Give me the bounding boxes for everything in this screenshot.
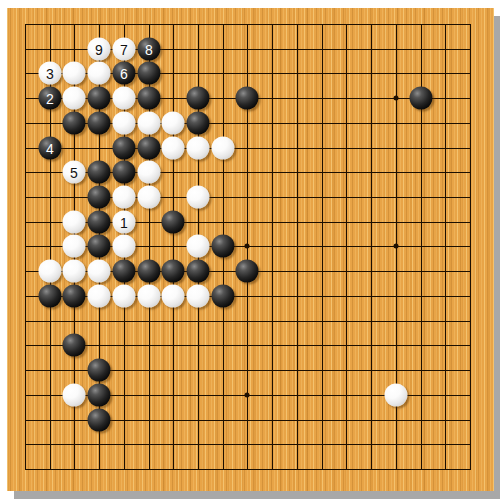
white-stone-glyph: ○ (390, 385, 403, 406)
stone-white: ○ (88, 285, 111, 308)
stone-black: ● (410, 87, 433, 110)
stone-black-move-2: 2 (39, 87, 62, 110)
stone-black: ● (162, 211, 185, 234)
black-stone-glyph: ● (118, 138, 131, 159)
stone-white-move-7: 7 (113, 38, 136, 61)
white-stone-glyph: ○ (118, 187, 131, 208)
white-stone-glyph: ○ (143, 162, 156, 183)
stone-black-move-6: 6 (113, 62, 136, 85)
black-stone-glyph: ● (217, 286, 230, 307)
grid-line-horizontal (25, 469, 471, 470)
stone-black: ● (236, 87, 259, 110)
black-stone-glyph: ● (68, 113, 81, 134)
stone-white: ○ (162, 112, 185, 135)
white-stone-glyph: ○ (167, 286, 180, 307)
stone-black: ● (88, 211, 111, 234)
grid-line-vertical (25, 24, 26, 470)
white-stone-glyph: ○ (118, 113, 131, 134)
stone-white: ○ (187, 186, 210, 209)
stone-black: ● (113, 260, 136, 283)
stone-white: ○ (162, 137, 185, 160)
stone-white: ○ (187, 235, 210, 258)
black-stone-glyph: ● (143, 138, 156, 159)
stone-white: ○ (63, 235, 86, 258)
stone-white: ○ (385, 384, 408, 407)
stone-white: ○ (113, 87, 136, 110)
move-number-label: 7 (120, 42, 128, 56)
stone-white: ○ (63, 62, 86, 85)
black-stone-glyph: ● (167, 261, 180, 282)
white-stone-glyph: ○ (167, 138, 180, 159)
stone-black: ● (39, 285, 62, 308)
grid-line-vertical (445, 24, 446, 470)
white-stone-glyph: ○ (192, 236, 205, 257)
white-stone-glyph: ○ (217, 138, 230, 159)
white-stone-glyph: ○ (143, 113, 156, 134)
grid-line-horizontal (25, 24, 471, 25)
stone-white-move-1: 1 (113, 211, 136, 234)
move-number-label: 3 (46, 66, 54, 80)
star-point (245, 244, 250, 249)
black-stone-glyph: ● (143, 63, 156, 84)
stone-black: ● (88, 186, 111, 209)
white-stone-glyph: ○ (68, 261, 81, 282)
stone-black: ● (88, 384, 111, 407)
stone-white: ○ (88, 62, 111, 85)
stone-black: ● (88, 235, 111, 258)
stone-black: ● (138, 260, 161, 283)
stone-white: ○ (63, 211, 86, 234)
stone-white: ○ (138, 186, 161, 209)
grid-line-vertical (322, 24, 323, 470)
stone-white-move-9: 9 (88, 38, 111, 61)
white-stone-glyph: ○ (192, 286, 205, 307)
black-stone-glyph: ● (93, 187, 106, 208)
star-point (394, 96, 399, 101)
black-stone-glyph: ● (415, 88, 428, 109)
white-stone-glyph: ○ (68, 63, 81, 84)
stone-black: ● (63, 112, 86, 135)
grid-line-horizontal (25, 345, 471, 346)
white-stone-glyph: ○ (118, 88, 131, 109)
stone-white: ○ (113, 112, 136, 135)
stone-white: ○ (187, 137, 210, 160)
stone-black: ● (212, 285, 235, 308)
stone-black: ● (138, 137, 161, 160)
stone-white: ○ (39, 260, 62, 283)
stone-black-move-4: 4 (39, 137, 62, 160)
stone-black: ● (138, 87, 161, 110)
move-number-label: 9 (95, 42, 103, 56)
stone-black: ● (212, 235, 235, 258)
grid-line-vertical (371, 24, 372, 470)
white-stone-glyph: ○ (143, 187, 156, 208)
black-stone-glyph: ● (118, 162, 131, 183)
stone-black-move-8: 8 (138, 38, 161, 61)
stone-white: ○ (187, 285, 210, 308)
stone-white: ○ (113, 285, 136, 308)
white-stone-glyph: ○ (68, 88, 81, 109)
stone-black: ● (187, 87, 210, 110)
grid-line-vertical (272, 24, 273, 470)
black-stone-glyph: ● (167, 212, 180, 233)
black-stone-glyph: ● (93, 113, 106, 134)
stone-white-move-5: 5 (63, 161, 86, 184)
black-stone-glyph: ● (143, 88, 156, 109)
stone-black: ● (88, 112, 111, 135)
grid-line-vertical (470, 24, 471, 470)
white-stone-glyph: ○ (93, 63, 106, 84)
black-stone-glyph: ● (118, 261, 131, 282)
black-stone-glyph: ● (241, 261, 254, 282)
stone-black: ● (88, 409, 111, 432)
grid-line-vertical (346, 24, 347, 470)
stone-black: ● (187, 260, 210, 283)
move-number-label: 4 (46, 141, 54, 155)
stone-white: ○ (138, 285, 161, 308)
white-stone-glyph: ○ (118, 286, 131, 307)
grid-line-horizontal (25, 148, 471, 149)
black-stone-glyph: ● (93, 385, 106, 406)
stone-black: ● (236, 260, 259, 283)
move-number-label: 2 (46, 91, 54, 105)
white-stone-glyph: ○ (93, 261, 106, 282)
move-number-label: 8 (145, 42, 153, 56)
black-stone-glyph: ● (241, 88, 254, 109)
stone-black: ● (88, 161, 111, 184)
stone-white-move-3: 3 (39, 62, 62, 85)
board-grid[interactable]: 9783○○6●2○●○●●●●●●○○○●4●●○○○5●●○●○○○○●1●… (25, 24, 471, 470)
black-stone-glyph: ● (44, 286, 57, 307)
black-stone-glyph: ● (93, 162, 106, 183)
stone-white: ○ (162, 285, 185, 308)
stone-black: ● (162, 260, 185, 283)
stone-white: ○ (138, 112, 161, 135)
stone-white: ○ (113, 235, 136, 258)
black-stone-glyph: ● (217, 236, 230, 257)
black-stone-glyph: ● (192, 113, 205, 134)
stone-black: ● (187, 112, 210, 135)
star-point (394, 244, 399, 249)
white-stone-glyph: ○ (93, 286, 106, 307)
white-stone-glyph: ○ (68, 236, 81, 257)
grid-line-vertical (297, 24, 298, 470)
move-number-label: 6 (120, 66, 128, 80)
black-stone-glyph: ● (93, 410, 106, 431)
black-stone-glyph: ● (93, 360, 106, 381)
grid-line-vertical (173, 24, 174, 470)
white-stone-glyph: ○ (68, 212, 81, 233)
stone-white: ○ (63, 87, 86, 110)
stone-white: ○ (63, 384, 86, 407)
grid-line-horizontal (25, 444, 471, 445)
stone-white: ○ (113, 186, 136, 209)
stone-white: ○ (138, 161, 161, 184)
grid-line-horizontal (25, 321, 471, 322)
white-stone-glyph: ○ (192, 187, 205, 208)
white-stone-glyph: ○ (68, 385, 81, 406)
black-stone-glyph: ● (68, 286, 81, 307)
move-number-label: 5 (70, 165, 78, 179)
black-stone-glyph: ● (93, 212, 106, 233)
white-stone-glyph: ○ (118, 236, 131, 257)
stone-black: ● (63, 285, 86, 308)
black-stone-glyph: ● (143, 261, 156, 282)
black-stone-glyph: ● (93, 236, 106, 257)
black-stone-glyph: ● (93, 88, 106, 109)
white-stone-glyph: ○ (192, 138, 205, 159)
white-stone-glyph: ○ (167, 113, 180, 134)
move-number-label: 1 (120, 215, 128, 229)
black-stone-glyph: ● (68, 335, 81, 356)
stone-black: ● (63, 334, 86, 357)
black-stone-glyph: ● (192, 88, 205, 109)
stone-white: ○ (212, 137, 235, 160)
stone-black: ● (88, 87, 111, 110)
stone-black: ● (113, 137, 136, 160)
stone-black: ● (113, 161, 136, 184)
white-stone-glyph: ○ (143, 286, 156, 307)
stone-black: ● (88, 359, 111, 382)
go-board[interactable]: 9783○○6●2○●○●●●●●●○○○●4●●○○○5●●○●○○○○●1●… (7, 8, 494, 491)
stone-white: ○ (88, 260, 111, 283)
stone-white: ○ (63, 260, 86, 283)
stone-black: ● (138, 62, 161, 85)
white-stone-glyph: ○ (44, 261, 57, 282)
star-point (245, 393, 250, 398)
black-stone-glyph: ● (192, 261, 205, 282)
page: 9783○○6●2○●○●●●●●●○○○●4●●○○○5●●○●○○○○●1●… (0, 0, 500, 500)
